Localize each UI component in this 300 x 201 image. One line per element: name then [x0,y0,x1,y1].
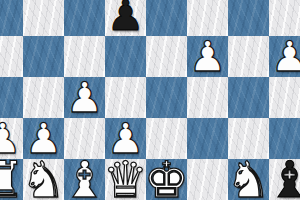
square-h4[interactable]: ♟ [269,36,300,77]
square-f4[interactable]: ♟ [187,36,228,77]
white-knight-icon[interactable]: ♞ [21,155,66,201]
square-a5[interactable] [0,0,23,36]
square-g5[interactable] [228,0,269,36]
white-king-icon[interactable]: ♚ [144,155,189,201]
square-f1[interactable] [187,159,228,200]
chess-app-window: ♟♟♟♟♟♟♟♜♞♝♛♚♞♝ [0,0,300,200]
square-b4[interactable] [23,36,64,77]
white-knight-icon[interactable]: ♞ [226,155,271,201]
square-c3[interactable]: ♟ [64,77,105,118]
square-e5[interactable] [146,0,187,36]
black-bishop-icon[interactable]: ♝ [267,155,300,201]
white-bishop-icon[interactable]: ♝ [62,155,107,201]
square-g3[interactable] [228,77,269,118]
square-f2[interactable] [187,118,228,159]
square-h5[interactable] [269,0,300,36]
square-b5[interactable] [23,0,64,36]
square-e1[interactable]: ♚ [146,159,187,200]
square-f3[interactable] [187,77,228,118]
square-d3[interactable] [105,77,146,118]
chess-board: ♟♟♟♟♟♟♟♜♞♝♛♚♞♝ [0,0,300,200]
square-h1[interactable]: ♝ [269,159,300,200]
square-a4[interactable] [0,36,23,77]
square-e4[interactable] [146,36,187,77]
square-c1[interactable]: ♝ [64,159,105,200]
square-h3[interactable] [269,77,300,118]
black-pawn-icon[interactable]: ♟ [107,0,145,37]
square-a3[interactable] [0,77,23,118]
square-d4[interactable] [105,36,146,77]
square-d5[interactable]: ♟ [105,0,146,36]
white-pawn-icon[interactable]: ♟ [271,36,300,78]
square-b1[interactable]: ♞ [23,159,64,200]
square-b3[interactable] [23,77,64,118]
white-pawn-icon[interactable]: ♟ [66,77,104,119]
square-g1[interactable]: ♞ [228,159,269,200]
square-e3[interactable] [146,77,187,118]
square-a1[interactable]: ♜ [0,159,23,200]
square-c5[interactable] [64,0,105,36]
white-pawn-icon[interactable]: ♟ [189,36,227,78]
square-c4[interactable] [64,36,105,77]
square-f5[interactable] [187,0,228,36]
square-g4[interactable] [228,36,269,77]
white-queen-icon[interactable]: ♛ [103,155,148,201]
square-d1[interactable]: ♛ [105,159,146,200]
